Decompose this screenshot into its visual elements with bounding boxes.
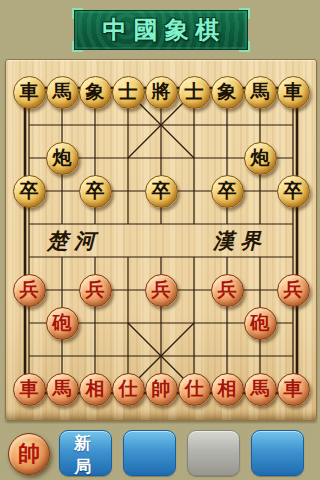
black-soldier-piece[interactable]: 卒 — [13, 175, 46, 208]
toolbar-button-4-obscured[interactable] — [251, 430, 304, 476]
banner-ornament — [72, 8, 83, 19]
piece-glyph: 卒 — [20, 181, 39, 200]
piece-glyph: 馬 — [53, 379, 72, 398]
red-elephant-piece[interactable]: 相 — [211, 373, 244, 406]
piece-glyph: 馬 — [251, 379, 270, 398]
piece-glyph: 砲 — [251, 313, 270, 332]
black-general-piece[interactable]: 將 — [145, 76, 178, 109]
black-horse-piece[interactable]: 馬 — [46, 76, 79, 109]
red-soldier-piece[interactable]: 兵 — [277, 274, 310, 307]
toolbar-button-3-obscured[interactable] — [187, 430, 240, 476]
black-cannon-piece[interactable]: 炮 — [244, 142, 277, 175]
black-horse-piece[interactable]: 馬 — [244, 76, 277, 109]
black-soldier-piece[interactable]: 卒 — [145, 175, 178, 208]
black-elephant-piece[interactable]: 象 — [211, 76, 244, 109]
piece-glyph: 車 — [284, 379, 303, 398]
red-cannon-piece[interactable]: 砲 — [244, 307, 277, 340]
red-soldier-piece[interactable]: 兵 — [79, 274, 112, 307]
piece-glyph: 馬 — [53, 82, 72, 101]
piece-glyph: 帥 — [152, 379, 171, 398]
piece-glyph: 將 — [152, 82, 171, 101]
banner-ornament — [239, 8, 250, 19]
piece-glyph: 仕 — [185, 379, 204, 398]
piece-glyph: 車 — [20, 82, 39, 101]
piece-glyph: 士 — [119, 82, 138, 101]
red-general-glyph: 帥 — [18, 439, 40, 469]
black-advisor-piece[interactable]: 士 — [178, 76, 211, 109]
piece-glyph: 兵 — [218, 280, 237, 299]
piece-glyph: 相 — [218, 379, 237, 398]
black-advisor-piece[interactable]: 士 — [112, 76, 145, 109]
red-elephant-piece[interactable]: 相 — [79, 373, 112, 406]
red-soldier-piece[interactable]: 兵 — [145, 274, 178, 307]
piece-glyph: 卒 — [218, 181, 237, 200]
board-grid: 楚河 漢界 — [6, 60, 316, 420]
red-chariot-piece[interactable]: 車 — [277, 373, 310, 406]
red-soldier-piece[interactable]: 兵 — [13, 274, 46, 307]
piece-glyph: 象 — [218, 82, 237, 101]
black-chariot-piece[interactable]: 車 — [13, 76, 46, 109]
piece-glyph: 卒 — [152, 181, 171, 200]
red-cannon-piece[interactable]: 砲 — [46, 307, 79, 340]
red-advisor-piece[interactable]: 仕 — [178, 373, 211, 406]
red-advisor-piece[interactable]: 仕 — [112, 373, 145, 406]
piece-glyph: 炮 — [53, 148, 72, 167]
piece-glyph: 砲 — [53, 313, 72, 332]
piece-glyph: 兵 — [284, 280, 303, 299]
piece-glyph: 車 — [284, 82, 303, 101]
app-title: 中國象棋 — [96, 14, 227, 46]
piece-glyph: 象 — [86, 82, 105, 101]
red-general-piece-button[interactable]: 帥 — [8, 433, 50, 475]
piece-glyph: 車 — [20, 379, 39, 398]
red-chariot-piece[interactable]: 車 — [13, 373, 46, 406]
bottom-toolbar: 帥 新局 a.d.cn — [0, 419, 320, 480]
title-banner: 中國象棋 — [74, 10, 248, 50]
piece-glyph: 卒 — [86, 181, 105, 200]
piece-glyph: 兵 — [20, 280, 39, 299]
red-soldier-piece[interactable]: 兵 — [211, 274, 244, 307]
red-horse-piece[interactable]: 馬 — [46, 373, 79, 406]
red-general-piece[interactable]: 帥 — [145, 373, 178, 406]
piece-glyph: 兵 — [152, 280, 171, 299]
xiangqi-board[interactable]: 楚河 漢界 車馬象士將士象馬車炮炮卒卒卒卒卒兵兵兵兵兵砲砲車馬相仕帥仕相馬車 — [5, 59, 317, 421]
river-label-left: 楚河 — [46, 228, 101, 253]
banner-ornament — [72, 41, 83, 52]
piece-glyph: 士 — [185, 82, 204, 101]
new-game-button[interactable]: 新局 — [59, 430, 112, 476]
red-horse-piece[interactable]: 馬 — [244, 373, 277, 406]
black-elephant-piece[interactable]: 象 — [79, 76, 112, 109]
black-cannon-piece[interactable]: 炮 — [46, 142, 79, 175]
piece-glyph: 炮 — [251, 148, 270, 167]
black-soldier-piece[interactable]: 卒 — [79, 175, 112, 208]
piece-glyph: 卒 — [284, 181, 303, 200]
black-soldier-piece[interactable]: 卒 — [211, 175, 244, 208]
piece-glyph: 馬 — [251, 82, 270, 101]
black-chariot-piece[interactable]: 車 — [277, 76, 310, 109]
piece-glyph: 相 — [86, 379, 105, 398]
piece-glyph: 仕 — [119, 379, 138, 398]
river-label-right: 漢界 — [212, 228, 267, 253]
black-soldier-piece[interactable]: 卒 — [277, 175, 310, 208]
piece-glyph: 兵 — [86, 280, 105, 299]
toolbar-button-2-obscured[interactable] — [123, 430, 176, 476]
banner-ornament — [239, 41, 250, 52]
